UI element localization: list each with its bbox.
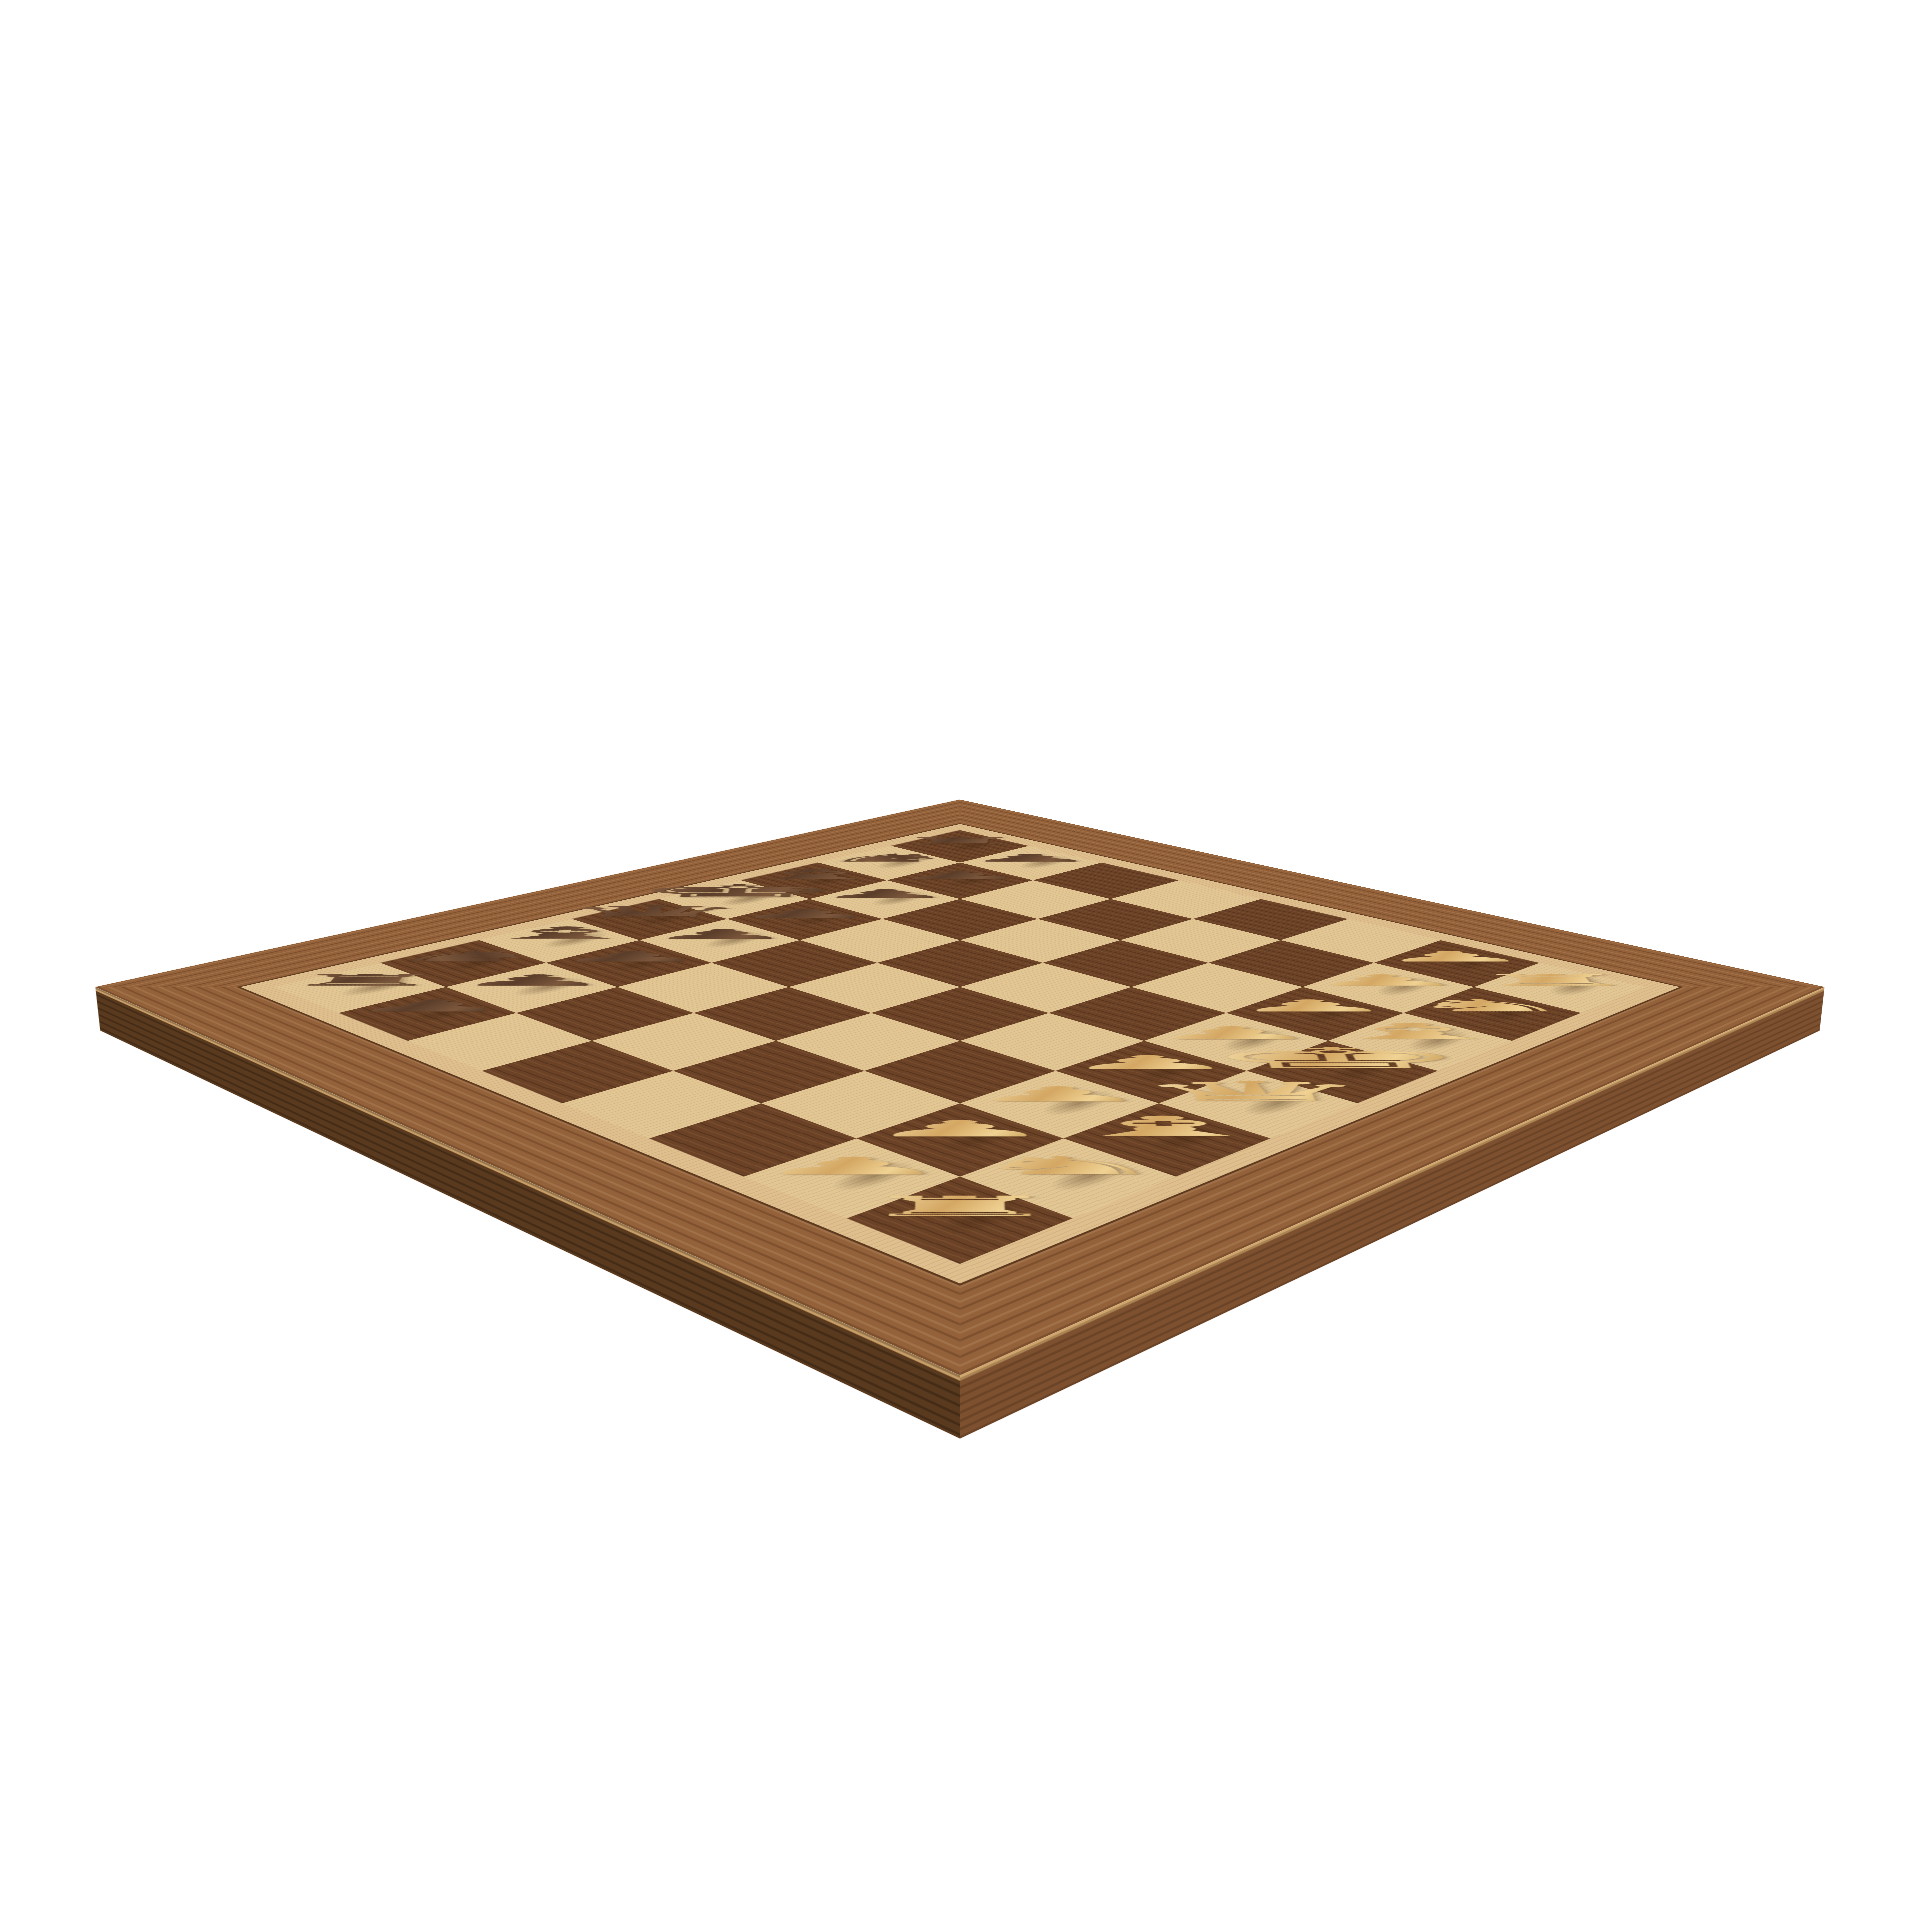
chess-board: ♜♞♝♛♚♝♞♜♟♟♟♟♟♟♟♟♟♟♟♟♟♟♟♟♜♞♝♛♚♝♞♜	[95, 800, 1824, 1376]
photo-scene: ♜♞♝♛♚♝♞♜♟♟♟♟♟♟♟♟♟♟♟♟♟♟♟♟♜♞♝♛♚♝♞♜	[0, 0, 1920, 1920]
product-photo-white-background: { "game": "chess", "scene_description": …	[0, 0, 1920, 1920]
